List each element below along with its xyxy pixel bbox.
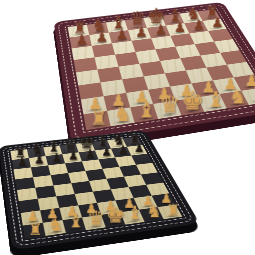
empty-cell bbox=[180, 56, 206, 71]
empty-cell bbox=[119, 165, 141, 177]
piece-cell: ♟ bbox=[12, 158, 31, 169]
chess-piece-white-knight: ♞ bbox=[111, 104, 135, 125]
empty-cell bbox=[151, 36, 175, 49]
piece-cell: ♞ bbox=[43, 220, 66, 236]
chess-piece-black-pawn: ♟ bbox=[98, 147, 115, 159]
empty-cell bbox=[72, 46, 95, 60]
chess-piece-black-pawn: ♟ bbox=[189, 19, 209, 33]
chess-piece-white-bishop: ♝ bbox=[204, 89, 228, 111]
chess-piece-black-pawn: ♟ bbox=[92, 30, 112, 44]
chess-piece-white-queen: ♛ bbox=[86, 209, 106, 229]
chess-piece-white-knight: ♞ bbox=[144, 204, 164, 221]
piece-cell: ♟ bbox=[70, 35, 92, 48]
empty-cell bbox=[33, 175, 53, 188]
piece-cell: ♟ bbox=[109, 30, 132, 43]
chess-piece-black-pawn: ♟ bbox=[170, 21, 190, 35]
chess-piece-black-pawn: ♟ bbox=[13, 156, 30, 168]
empty-cell bbox=[17, 188, 38, 201]
chess-piece-white-bishop: ♝ bbox=[66, 213, 86, 232]
chess-piece-white-king: ♚ bbox=[181, 88, 205, 114]
chess-piece-white-knight: ♞ bbox=[46, 217, 67, 235]
chess-piece-white-rook: ♜ bbox=[163, 202, 183, 218]
empty-cell bbox=[141, 172, 164, 184]
rosewood-chess-set: ♜♞♝♛♚♝♞♜♟♟♟♟♟♟♟♟♟♟♟♟♟♟♟♟♜♞♝♛♚♝♞♜ bbox=[54, 2, 255, 144]
chess-piece-black-pawn: ♟ bbox=[31, 154, 48, 166]
pieces-layer: ♜♞♝♛♚♝♞♜♟♟♟♟♟♟♟♟♟♟♟♟♟♟♟♟♜♞♝♛♚♝♞♜ bbox=[10, 137, 182, 239]
chess-piece-black-pawn: ♟ bbox=[115, 145, 132, 157]
pieces-layer: ♜♞♝♛♚♝♞♜♟♟♟♟♟♟♟♟♟♟♟♟♟♟♟♟♜♞♝♛♚♝♞♜ bbox=[68, 9, 255, 130]
empty-cell bbox=[85, 169, 106, 181]
chess-piece-black-pawn: ♟ bbox=[208, 16, 227, 30]
chess-piece-white-rook: ♜ bbox=[25, 221, 46, 238]
chess-piece-white-queen: ♛ bbox=[158, 93, 182, 117]
chess-piece-white-knight: ♞ bbox=[226, 87, 249, 107]
chess-piece-black-pawn: ♟ bbox=[82, 148, 99, 160]
piece-cell: ♜ bbox=[23, 223, 46, 239]
piece-cell: ♟ bbox=[89, 33, 112, 46]
chess-piece-white-king: ♚ bbox=[106, 204, 126, 226]
piece-cell: ♟ bbox=[29, 156, 48, 167]
chess-piece-black-pawn: ♟ bbox=[72, 33, 92, 47]
piece-cell: ♟ bbox=[46, 154, 65, 165]
piece-cell: ♟ bbox=[62, 152, 82, 163]
chess-piece-black-pawn: ♟ bbox=[131, 143, 148, 155]
chess-piece-white-bishop: ♝ bbox=[134, 99, 158, 121]
product-photo: ♜♞♝♛♚♝♞♜♟♟♟♟♟♟♟♟♟♟♟♟♟♟♟♟♜♞♝♛♚♝♞♜ ♜♞♝♛♚♝♞… bbox=[0, 0, 255, 255]
piece-cell: ♜ bbox=[83, 111, 110, 130]
chess-piece-black-pawn: ♟ bbox=[131, 26, 151, 40]
empty-cell bbox=[68, 171, 89, 183]
piece-cell: ♞ bbox=[107, 107, 135, 126]
chess-piece-black-pawn: ♟ bbox=[112, 28, 132, 42]
chess-piece-white-rook: ♜ bbox=[86, 109, 110, 129]
empty-cell bbox=[136, 163, 158, 175]
chess-piece-black-pawn: ♟ bbox=[48, 152, 65, 164]
black-chess-set: ♜♞♝♛♚♝♞♜♟♟♟♟♟♟♟♟♟♟♟♟♟♟♟♟♜♞♝♛♚♝♞♜ bbox=[0, 130, 200, 250]
chess-piece-white-bishop: ♝ bbox=[125, 205, 145, 223]
empty-cell bbox=[131, 154, 152, 165]
chess-piece-black-pawn: ♟ bbox=[151, 23, 171, 37]
empty-cell bbox=[65, 161, 85, 173]
chess-piece-black-pawn: ♟ bbox=[65, 150, 82, 162]
empty-cell bbox=[74, 57, 98, 72]
